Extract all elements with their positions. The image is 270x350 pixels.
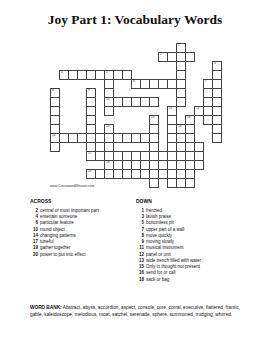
watermark-text: www.CrosswordWeaver.com	[50, 184, 250, 188]
clue-item: 20power to put into effect	[30, 251, 138, 257]
grid-cell[interactable]	[149, 97, 159, 107]
cell-number: 11	[169, 106, 172, 109]
cell-number: 6	[133, 79, 135, 82]
clue-item: 18sack or bag	[136, 276, 256, 282]
cell-number: 10	[106, 97, 109, 100]
page-title: Joy Part 1: Vocabulary Words	[0, 12, 270, 28]
clue-number: 20	[30, 251, 40, 257]
word-bank-text: WORD BANK: Abstract, abyss, accordion, a…	[30, 304, 246, 317]
cell-number: 12	[196, 106, 199, 109]
down-list: 1frenzied3lavish praise5bottomless pit7u…	[136, 207, 256, 282]
cell-number: 17	[88, 151, 91, 154]
clue-text: sack or bag	[146, 276, 256, 282]
across-clues: ACROSS 2central or most important part4e…	[30, 198, 138, 316]
cell-number: 13	[106, 124, 109, 127]
cell-number: 15	[151, 115, 154, 118]
watermark: www.CrosswordWeaver.com	[50, 184, 250, 191]
crossword-grid: 1234567891011121516131814171920	[50, 43, 223, 189]
cell-number: 1	[178, 43, 180, 46]
grid-cell[interactable]	[194, 160, 204, 170]
cell-number: 18	[178, 124, 181, 127]
clue-number: 18	[136, 276, 146, 282]
cell-number: 20	[88, 169, 91, 172]
across-header: ACROSS	[30, 198, 138, 204]
cell-number: 8	[52, 88, 54, 91]
cell-number: 4	[61, 70, 63, 73]
across-list: 2central or most important part4entertai…	[30, 207, 138, 257]
word-bank-label: WORD BANK:	[30, 305, 62, 311]
grid-cell[interactable]	[176, 97, 186, 107]
cell-number: 2	[160, 52, 162, 55]
grid-cell[interactable]	[104, 106, 114, 116]
cell-number: 3	[214, 61, 216, 64]
grid-cell[interactable]	[185, 52, 195, 62]
grid-cell[interactable]	[212, 133, 222, 143]
cell-number: 9	[88, 88, 90, 91]
cell-number: 7	[205, 79, 207, 82]
down-header: DOWN	[136, 198, 256, 204]
word-bank-words: Abstract, abyss, accordion, aspect, cons…	[30, 305, 240, 317]
cell-number: 16	[187, 115, 190, 118]
cell-number: 19	[106, 160, 109, 163]
cell-number: 5	[106, 70, 108, 73]
cell-number: 14	[52, 133, 55, 136]
word-bank: WORD BANK: Abstract, abyss, accordion, a…	[30, 304, 246, 330]
grid-cell[interactable]	[50, 142, 60, 152]
clue-text: power to put into effect	[40, 251, 138, 257]
